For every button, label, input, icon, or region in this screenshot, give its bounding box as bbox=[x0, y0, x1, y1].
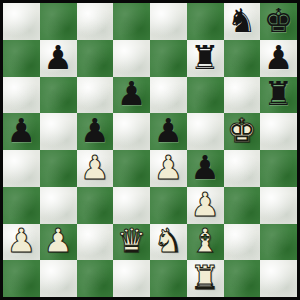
square-e2[interactable]: ♞ bbox=[150, 224, 187, 261]
square-c3[interactable] bbox=[77, 187, 114, 224]
piece-black-pawn-f4[interactable]: ♟ bbox=[190, 151, 220, 184]
square-a7[interactable] bbox=[3, 40, 40, 77]
piece-black-pawn-a5[interactable]: ♟ bbox=[7, 114, 37, 147]
piece-white-knight-e2[interactable]: ♞ bbox=[154, 224, 184, 257]
square-f4[interactable]: ♟ bbox=[187, 150, 224, 187]
square-e3[interactable] bbox=[150, 187, 187, 224]
square-b3[interactable] bbox=[40, 187, 77, 224]
square-d5[interactable] bbox=[113, 113, 150, 150]
square-a8[interactable] bbox=[3, 3, 40, 40]
piece-white-pawn-e4[interactable]: ♟ bbox=[154, 151, 184, 184]
square-e8[interactable] bbox=[150, 3, 187, 40]
square-d8[interactable] bbox=[113, 3, 150, 40]
piece-black-knight-g8[interactable]: ♞ bbox=[227, 4, 257, 37]
square-c4[interactable]: ♟ bbox=[77, 150, 114, 187]
square-c8[interactable] bbox=[77, 3, 114, 40]
square-e6[interactable] bbox=[150, 77, 187, 114]
piece-black-pawn-c5[interactable]: ♟ bbox=[80, 114, 110, 147]
square-h1[interactable] bbox=[260, 260, 297, 297]
square-g2[interactable] bbox=[224, 224, 261, 261]
square-b1[interactable] bbox=[40, 260, 77, 297]
piece-black-rook-h6[interactable]: ♜ bbox=[264, 77, 294, 110]
square-g3[interactable] bbox=[224, 187, 261, 224]
square-d7[interactable] bbox=[113, 40, 150, 77]
square-c5[interactable]: ♟ bbox=[77, 113, 114, 150]
square-b6[interactable] bbox=[40, 77, 77, 114]
piece-white-pawn-c4[interactable]: ♟ bbox=[80, 151, 110, 184]
square-h2[interactable] bbox=[260, 224, 297, 261]
square-e5[interactable]: ♟ bbox=[150, 113, 187, 150]
square-c6[interactable] bbox=[77, 77, 114, 114]
square-h3[interactable] bbox=[260, 187, 297, 224]
square-g1[interactable] bbox=[224, 260, 261, 297]
square-g7[interactable] bbox=[224, 40, 261, 77]
square-d3[interactable] bbox=[113, 187, 150, 224]
square-g8[interactable]: ♞ bbox=[224, 3, 261, 40]
piece-white-pawn-f3[interactable]: ♟ bbox=[190, 188, 220, 221]
piece-white-king-g5[interactable]: ♚ bbox=[227, 114, 257, 147]
piece-white-pawn-a2[interactable]: ♟ bbox=[7, 224, 37, 257]
square-b8[interactable] bbox=[40, 3, 77, 40]
square-b5[interactable] bbox=[40, 113, 77, 150]
square-a6[interactable] bbox=[3, 77, 40, 114]
square-f3[interactable]: ♟ bbox=[187, 187, 224, 224]
square-a3[interactable] bbox=[3, 187, 40, 224]
piece-black-rook-f7[interactable]: ♜ bbox=[190, 41, 220, 74]
square-a1[interactable] bbox=[3, 260, 40, 297]
square-e4[interactable]: ♟ bbox=[150, 150, 187, 187]
square-d1[interactable] bbox=[113, 260, 150, 297]
piece-black-pawn-e5[interactable]: ♟ bbox=[154, 114, 184, 147]
square-f2[interactable]: ♝ bbox=[187, 224, 224, 261]
square-g6[interactable] bbox=[224, 77, 261, 114]
piece-black-king-h8[interactable]: ♚ bbox=[264, 4, 294, 37]
piece-black-pawn-b7[interactable]: ♟ bbox=[43, 41, 73, 74]
square-h8[interactable]: ♚ bbox=[260, 3, 297, 40]
square-g4[interactable] bbox=[224, 150, 261, 187]
square-h6[interactable]: ♜ bbox=[260, 77, 297, 114]
chess-diagram: ♞♚♟♜♟♟♜♟♟♟♚♟♟♟♟♟♟♛♞♝♜ bbox=[0, 0, 300, 300]
piece-white-pawn-b2[interactable]: ♟ bbox=[43, 224, 73, 257]
piece-black-pawn-h7[interactable]: ♟ bbox=[264, 41, 294, 74]
square-a5[interactable]: ♟ bbox=[3, 113, 40, 150]
piece-white-rook-f1[interactable]: ♜ bbox=[190, 261, 220, 294]
square-h7[interactable]: ♟ bbox=[260, 40, 297, 77]
square-d4[interactable] bbox=[113, 150, 150, 187]
square-d6[interactable]: ♟ bbox=[113, 77, 150, 114]
chess-board: ♞♚♟♜♟♟♜♟♟♟♚♟♟♟♟♟♟♛♞♝♜ bbox=[0, 0, 300, 300]
square-b4[interactable] bbox=[40, 150, 77, 187]
square-a2[interactable]: ♟ bbox=[3, 224, 40, 261]
square-h4[interactable] bbox=[260, 150, 297, 187]
square-c7[interactable] bbox=[77, 40, 114, 77]
square-a4[interactable] bbox=[3, 150, 40, 187]
square-e7[interactable] bbox=[150, 40, 187, 77]
square-h5[interactable] bbox=[260, 113, 297, 150]
square-f5[interactable] bbox=[187, 113, 224, 150]
piece-black-pawn-d6[interactable]: ♟ bbox=[117, 77, 147, 110]
square-b7[interactable]: ♟ bbox=[40, 40, 77, 77]
square-c1[interactable] bbox=[77, 260, 114, 297]
square-c2[interactable] bbox=[77, 224, 114, 261]
square-g5[interactable]: ♚ bbox=[224, 113, 261, 150]
square-f7[interactable]: ♜ bbox=[187, 40, 224, 77]
square-d2[interactable]: ♛ bbox=[113, 224, 150, 261]
square-f6[interactable] bbox=[187, 77, 224, 114]
piece-white-queen-d2[interactable]: ♛ bbox=[117, 224, 147, 257]
piece-white-bishop-f2[interactable]: ♝ bbox=[190, 224, 220, 257]
square-f8[interactable] bbox=[187, 3, 224, 40]
square-f1[interactable]: ♜ bbox=[187, 260, 224, 297]
square-e1[interactable] bbox=[150, 260, 187, 297]
square-b2[interactable]: ♟ bbox=[40, 224, 77, 261]
